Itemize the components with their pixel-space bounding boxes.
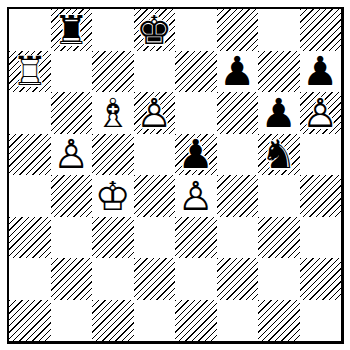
- square-g8[interactable]: [258, 9, 300, 51]
- square-g7[interactable]: [258, 51, 300, 93]
- square-a7[interactable]: ♜♖: [9, 51, 51, 93]
- square-f4[interactable]: [217, 175, 259, 217]
- square-h8[interactable]: [300, 9, 342, 51]
- square-g4[interactable]: [258, 175, 300, 217]
- square-g3[interactable]: [258, 217, 300, 259]
- chess-board: ♜♜♚♚♜♖♟♟♟♟♝♗♟♙♟♟♟♙♟♙♟♟♞♞♚♔♟♙: [7, 7, 344, 344]
- square-g6[interactable]: ♟♟: [258, 92, 300, 134]
- square-f1[interactable]: [217, 300, 259, 342]
- square-d6[interactable]: ♟♙: [134, 92, 176, 134]
- piece-black-pawn-icon: ♟: [258, 92, 300, 134]
- piece-halo: ♟: [300, 92, 342, 134]
- square-b1[interactable]: [51, 300, 93, 342]
- square-d4[interactable]: [134, 175, 176, 217]
- square-g5[interactable]: ♞♞: [258, 134, 300, 176]
- square-c5[interactable]: [92, 134, 134, 176]
- square-f8[interactable]: [217, 9, 259, 51]
- piece-white-bishop-icon: ♗: [92, 92, 134, 134]
- piece-halo: ♟: [134, 92, 176, 134]
- square-d2[interactable]: [134, 258, 176, 300]
- square-f6[interactable]: [217, 92, 259, 134]
- square-f3[interactable]: [217, 217, 259, 259]
- square-d5[interactable]: [134, 134, 176, 176]
- square-b2[interactable]: [51, 258, 93, 300]
- square-b5[interactable]: ♟♙: [51, 134, 93, 176]
- piece-black-king-icon: ♚: [134, 9, 176, 51]
- square-b8[interactable]: ♜♜: [51, 9, 93, 51]
- square-e1[interactable]: [175, 300, 217, 342]
- piece-halo: ♟: [175, 175, 217, 217]
- square-b4[interactable]: [51, 175, 93, 217]
- square-b6[interactable]: [51, 92, 93, 134]
- square-e8[interactable]: [175, 9, 217, 51]
- square-c1[interactable]: [92, 300, 134, 342]
- square-h5[interactable]: [300, 134, 342, 176]
- piece-black-pawn-icon: ♟: [300, 51, 342, 93]
- square-d1[interactable]: [134, 300, 176, 342]
- piece-halo: ♟: [217, 51, 259, 93]
- piece-halo: ♚: [92, 175, 134, 217]
- square-b7[interactable]: [51, 51, 93, 93]
- piece-halo: ♜: [51, 9, 93, 51]
- square-a1[interactable]: [9, 300, 51, 342]
- square-f7[interactable]: ♟♟: [217, 51, 259, 93]
- piece-halo: ♝: [92, 92, 134, 134]
- piece-halo: ♚: [134, 9, 176, 51]
- square-e3[interactable]: [175, 217, 217, 259]
- square-g2[interactable]: [258, 258, 300, 300]
- square-a8[interactable]: [9, 9, 51, 51]
- piece-halo: ♟: [51, 134, 93, 176]
- piece-white-pawn-icon: ♙: [175, 175, 217, 217]
- square-f5[interactable]: [217, 134, 259, 176]
- square-d7[interactable]: [134, 51, 176, 93]
- piece-white-king-icon: ♔: [92, 175, 134, 217]
- piece-white-pawn-icon: ♙: [134, 92, 176, 134]
- square-a2[interactable]: [9, 258, 51, 300]
- piece-black-rook-icon: ♜: [51, 9, 93, 51]
- piece-halo: ♞: [258, 134, 300, 176]
- piece-black-knight-icon: ♞: [258, 134, 300, 176]
- diagram-page: ♜♜♚♚♜♖♟♟♟♟♝♗♟♙♟♟♟♙♟♙♟♟♞♞♚♔♟♙: [0, 0, 350, 350]
- piece-white-rook-icon: ♖: [9, 51, 51, 93]
- square-h2[interactable]: [300, 258, 342, 300]
- piece-black-pawn-icon: ♟: [175, 134, 217, 176]
- piece-black-pawn-icon: ♟: [217, 51, 259, 93]
- square-h6[interactable]: ♟♙: [300, 92, 342, 134]
- square-a5[interactable]: [9, 134, 51, 176]
- square-d3[interactable]: [134, 217, 176, 259]
- square-a6[interactable]: [9, 92, 51, 134]
- square-e4[interactable]: ♟♙: [175, 175, 217, 217]
- square-c7[interactable]: [92, 51, 134, 93]
- square-h1[interactable]: [300, 300, 342, 342]
- square-h7[interactable]: ♟♟: [300, 51, 342, 93]
- square-g1[interactable]: [258, 300, 300, 342]
- piece-halo: ♜: [9, 51, 51, 93]
- piece-halo: ♟: [300, 51, 342, 93]
- square-c2[interactable]: [92, 258, 134, 300]
- square-h4[interactable]: [300, 175, 342, 217]
- square-d8[interactable]: ♚♚: [134, 9, 176, 51]
- square-e5[interactable]: ♟♟: [175, 134, 217, 176]
- square-c4[interactable]: ♚♔: [92, 175, 134, 217]
- square-f2[interactable]: [217, 258, 259, 300]
- piece-white-pawn-icon: ♙: [51, 134, 93, 176]
- square-c3[interactable]: [92, 217, 134, 259]
- square-a4[interactable]: [9, 175, 51, 217]
- square-b3[interactable]: [51, 217, 93, 259]
- square-e6[interactable]: [175, 92, 217, 134]
- square-c6[interactable]: ♝♗: [92, 92, 134, 134]
- square-a3[interactable]: [9, 217, 51, 259]
- square-c8[interactable]: [92, 9, 134, 51]
- square-e2[interactable]: [175, 258, 217, 300]
- piece-halo: ♟: [175, 134, 217, 176]
- square-e7[interactable]: [175, 51, 217, 93]
- square-h3[interactable]: [300, 217, 342, 259]
- piece-halo: ♟: [258, 92, 300, 134]
- piece-white-pawn-icon: ♙: [300, 92, 342, 134]
